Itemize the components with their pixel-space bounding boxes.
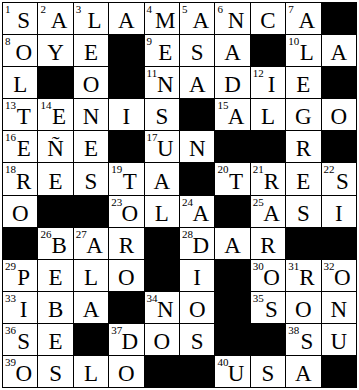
cell-r8c2[interactable]: 26B (38, 228, 72, 259)
cell-r11c2[interactable]: E (38, 324, 72, 355)
cell-r12c9[interactable]: A (286, 356, 320, 387)
cell-r11c5[interactable]: O (145, 324, 179, 355)
cell-letter: P (10, 265, 37, 288)
cell-r9c8[interactable]: 30O (251, 260, 285, 291)
cell-letter: N (152, 73, 179, 96)
cell-letter: A (286, 362, 320, 385)
cell-r8c8[interactable]: R (251, 228, 285, 259)
cell-letter: A (109, 9, 143, 32)
cell-letter: A (45, 9, 72, 32)
cell-r8c3[interactable]: 27A (74, 228, 108, 259)
cell-letter: L (145, 201, 179, 224)
cell-r12c1[interactable]: 39O (3, 356, 37, 387)
cell-letter: N (180, 137, 214, 160)
cell-r8c9 (286, 228, 320, 259)
cell-letter: L (293, 41, 320, 64)
cell-letter: A (180, 73, 214, 96)
cell-r7c4[interactable]: 23O (109, 196, 143, 227)
cell-r10c9[interactable]: O (286, 292, 320, 323)
cell-r11c6[interactable]: S (180, 324, 214, 355)
cell-r6c3[interactable]: S (74, 163, 108, 194)
cell-r9c5 (145, 260, 179, 291)
cell-r7c5[interactable]: L (145, 196, 179, 227)
cell-letter: A (215, 233, 249, 256)
cell-letter: T (10, 105, 37, 128)
cell-letter: E (286, 73, 320, 96)
cell-letter: E (38, 329, 72, 352)
cell-letter: B (45, 233, 72, 256)
cell-r1c4[interactable]: A (109, 3, 143, 34)
cell-r6c2[interactable]: E (38, 163, 72, 194)
cell-letter: O (286, 297, 320, 320)
cell-letter: A (258, 201, 285, 224)
cell-r8c6[interactable]: 28D (180, 228, 214, 259)
cell-r7c9[interactable]: S (286, 196, 320, 227)
cell-letter: Y (38, 41, 72, 64)
cell-letter: L (251, 105, 285, 128)
cell-r1c6[interactable]: 5A (180, 3, 214, 34)
cell-letter: E (45, 105, 72, 128)
cell-r8c1 (3, 228, 37, 259)
cell-letter: N (322, 297, 356, 320)
cell-r1c2[interactable]: 2A (38, 3, 72, 34)
cell-r7c1[interactable]: O (3, 196, 37, 227)
cell-r1c1[interactable]: 1S (3, 3, 37, 34)
cell-r3c5[interactable]: 11N (145, 67, 179, 98)
cell-letter: L (3, 73, 37, 96)
cell-r1c3[interactable]: 3L (74, 3, 108, 34)
cell-letter: A (222, 105, 249, 128)
cell-r4c3[interactable]: N (74, 99, 108, 130)
cell-r10c1[interactable]: 33I (3, 292, 37, 323)
cell-letter: O (74, 73, 108, 96)
cell-r11c9[interactable]: 38S (286, 324, 320, 355)
cell-r3c3[interactable]: O (74, 67, 108, 98)
cell-letter: A (81, 233, 108, 256)
cell-r11c7 (215, 324, 249, 355)
cell-r3c10 (322, 67, 356, 98)
cell-letter: E (38, 265, 72, 288)
cell-r9c6[interactable]: I (180, 260, 214, 291)
cell-letter: R (109, 233, 143, 256)
cell-letter: R (293, 265, 320, 288)
cell-r2c10[interactable]: A (322, 35, 356, 66)
cell-letter: A (187, 201, 214, 224)
cell-letter: I (258, 73, 285, 96)
cell-r5c3[interactable]: E (74, 131, 108, 162)
cell-r3c7[interactable]: D (215, 67, 249, 98)
cell-r12c2[interactable]: S (38, 356, 72, 387)
cell-r6c4[interactable]: 19T (109, 163, 143, 194)
crossword-grid: 1S2A3LA4M5A6NC7A8OYE9ESA10LALO11NAD12IE1… (2, 2, 357, 388)
cell-r9c7 (215, 260, 249, 291)
cell-letter: E (38, 169, 72, 192)
cell-r8c10 (322, 228, 356, 259)
cell-letter: D (187, 233, 214, 256)
cell-letter: S (74, 169, 108, 192)
cell-letter: T (116, 169, 143, 192)
cell-r9c10[interactable]: 32O (322, 260, 356, 291)
cell-letter: R (258, 169, 285, 192)
cell-r4c9[interactable]: G (286, 99, 320, 130)
cell-r5c10 (322, 131, 356, 162)
cell-letter: E (74, 41, 108, 64)
cell-letter: E (286, 169, 320, 192)
cell-r6c1[interactable]: 18R (3, 163, 37, 194)
cell-r1c8[interactable]: C (251, 3, 285, 34)
cell-letter: O (10, 362, 37, 385)
cell-letter: Ñ (38, 137, 72, 160)
cell-letter: N (152, 297, 179, 320)
cell-r2c5[interactable]: 9E (145, 35, 179, 66)
cell-r5c8 (251, 131, 285, 162)
cell-r2c7[interactable]: A (215, 35, 249, 66)
cell-letter: N (74, 105, 108, 128)
cell-letter: O (258, 265, 285, 288)
cell-r11c10[interactable]: U (322, 324, 356, 355)
cell-letter: A (187, 9, 214, 32)
cell-letter: L (74, 265, 108, 288)
cell-letter: O (145, 329, 179, 352)
cell-r4c2[interactable]: 14E (38, 99, 72, 130)
cell-r12c8[interactable]: S (251, 356, 285, 387)
cell-r12c5 (145, 356, 179, 387)
cell-letter: S (10, 329, 37, 352)
cell-r10c7 (215, 292, 249, 323)
cell-letter: I (109, 105, 143, 128)
cell-r2c4 (109, 35, 143, 66)
cell-letter: N (222, 9, 249, 32)
cell-r5c9[interactable]: R (286, 131, 320, 162)
cell-r5c4 (109, 131, 143, 162)
cell-r9c1[interactable]: 29P (3, 260, 37, 291)
cell-r1c5[interactable]: 4M (145, 3, 179, 34)
cell-r12c10 (322, 356, 356, 387)
cell-r5c1[interactable]: 16E (3, 131, 37, 162)
cell-letter: S (329, 169, 356, 192)
cell-r6c5[interactable]: A (145, 163, 179, 194)
cell-r10c2[interactable]: B (38, 292, 72, 323)
cell-r3c6[interactable]: A (180, 67, 214, 98)
cell-r8c4[interactable]: R (109, 228, 143, 259)
cell-r5c7 (215, 131, 249, 162)
cell-letter: O (329, 265, 356, 288)
cell-r5c2[interactable]: Ñ (38, 131, 72, 162)
cell-r10c5[interactable]: 34N (145, 292, 179, 323)
cell-r8c5 (145, 228, 179, 259)
cell-letter: D (116, 329, 143, 352)
cell-r2c1[interactable]: 8O (3, 35, 37, 66)
cell-letter: O (116, 201, 143, 224)
cell-r1c10 (322, 3, 356, 34)
cell-r2c2[interactable]: Y (38, 35, 72, 66)
cell-letter: I (322, 201, 356, 224)
cell-r3c8[interactable]: 12I (251, 67, 285, 98)
cell-letter: A (74, 297, 108, 320)
cell-letter: L (74, 362, 108, 385)
cell-r10c6[interactable]: O (180, 292, 214, 323)
cell-letter: E (74, 137, 108, 160)
cell-r9c4[interactable]: O (109, 260, 143, 291)
cell-r9c3[interactable]: L (74, 260, 108, 291)
cell-r8c7[interactable]: A (215, 228, 249, 259)
cell-letter: G (286, 105, 320, 128)
cell-r12c3[interactable]: L (74, 356, 108, 387)
cell-r5c5[interactable]: 17U (145, 131, 179, 162)
cell-r2c3[interactable]: E (74, 35, 108, 66)
cell-r12c4[interactable]: O (109, 356, 143, 387)
cell-r7c7 (215, 196, 249, 227)
cell-letter: S (180, 329, 214, 352)
cell-r5c6[interactable]: N (180, 131, 214, 162)
cell-r4c4[interactable]: I (109, 99, 143, 130)
cell-r4c5[interactable]: S (145, 99, 179, 130)
cell-letter: U (152, 137, 179, 160)
cell-letter: D (215, 73, 249, 96)
cell-r4c8[interactable]: L (251, 99, 285, 130)
cell-r6c7[interactable]: 20T (215, 163, 249, 194)
cell-letter: U (322, 329, 356, 352)
cell-letter: I (180, 265, 214, 288)
crossword-page: 1S2A3LA4M5A6NC7A8OYE9ESA10LALO11NAD12IE1… (0, 0, 359, 390)
cell-letter: A (145, 169, 179, 192)
cell-letter: O (10, 41, 37, 64)
cell-r7c8[interactable]: 25A (251, 196, 285, 227)
cell-letter: B (38, 297, 72, 320)
cell-letter: E (10, 137, 37, 160)
cell-r9c9[interactable]: 31R (286, 260, 320, 291)
cell-r3c2 (38, 67, 72, 98)
cell-r6c6 (180, 163, 214, 194)
cell-letter: S (10, 9, 37, 32)
cell-r6c10[interactable]: 22S (322, 163, 356, 194)
cell-r1c7[interactable]: 6N (215, 3, 249, 34)
cell-r11c3 (74, 324, 108, 355)
cell-r7c2 (38, 196, 72, 227)
cell-letter: M (152, 9, 179, 32)
cell-r7c6[interactable]: 24A (180, 196, 214, 227)
cell-letter: S (38, 362, 72, 385)
cell-letter: O (180, 297, 214, 320)
cell-letter: T (222, 169, 249, 192)
cell-r10c3[interactable]: A (74, 292, 108, 323)
cell-letter: S (251, 362, 285, 385)
cell-letter: L (81, 9, 108, 32)
cell-r6c8[interactable]: 21R (251, 163, 285, 194)
cell-letter: U (222, 362, 249, 385)
cell-letter: E (152, 41, 179, 64)
cell-r2c6[interactable]: S (180, 35, 214, 66)
cell-r12c6 (180, 356, 214, 387)
cell-r7c10[interactable]: I (322, 196, 356, 227)
cell-r2c8 (251, 35, 285, 66)
cell-letter: S (286, 201, 320, 224)
cell-letter: I (10, 297, 37, 320)
cell-letter: S (293, 329, 320, 352)
cell-r11c1[interactable]: 36S (3, 324, 37, 355)
cell-r10c8[interactable]: 35S (251, 292, 285, 323)
cell-letter: A (322, 41, 356, 64)
cell-r1c9[interactable]: 7A (286, 3, 320, 34)
cell-r10c4 (109, 292, 143, 323)
cell-r12c7[interactable]: 40U (215, 356, 249, 387)
cell-letter: A (215, 41, 249, 64)
cell-letter: S (180, 41, 214, 64)
cell-letter: R (251, 233, 285, 256)
cell-letter: O (3, 201, 37, 224)
cell-r3c4 (109, 67, 143, 98)
cell-r10c10[interactable]: N (322, 292, 356, 323)
cell-r2c9[interactable]: 10L (286, 35, 320, 66)
cell-letter: S (258, 297, 285, 320)
cell-r9c2[interactable]: E (38, 260, 72, 291)
cell-r7c3 (74, 196, 108, 227)
cell-r6c9[interactable]: E (286, 163, 320, 194)
cell-r4c7[interactable]: 15A (215, 99, 249, 130)
cell-r11c8 (251, 324, 285, 355)
cell-r3c9[interactable]: E (286, 67, 320, 98)
cell-letter: S (145, 105, 179, 128)
cell-r4c6 (180, 99, 214, 130)
cell-letter: O (322, 105, 356, 128)
cell-letter: A (293, 9, 320, 32)
cell-letter: R (286, 137, 320, 160)
cell-letter: R (10, 169, 37, 192)
cell-letter: O (109, 362, 143, 385)
cell-r11c4[interactable]: 37D (109, 324, 143, 355)
cell-r3c1[interactable]: L (3, 67, 37, 98)
cell-letter: C (251, 9, 285, 32)
cell-letter: O (109, 265, 143, 288)
cell-r4c1[interactable]: 13T (3, 99, 37, 130)
cell-r4c10[interactable]: O (322, 99, 356, 130)
